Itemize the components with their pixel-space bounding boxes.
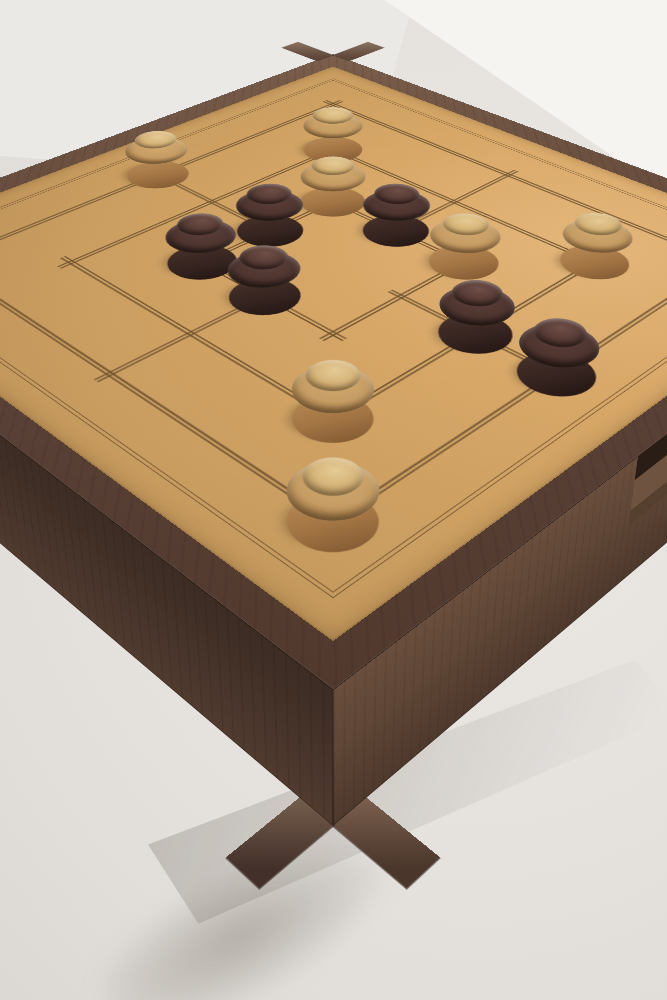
board-scene — [0, 0, 667, 1000]
point-b4[interactable] — [120, 296, 262, 374]
piece-cap — [290, 450, 376, 504]
frame-joint-tab — [282, 42, 333, 61]
game-box — [0, 54, 667, 688]
product-photo-scene — [0, 0, 667, 1000]
frame-joint-tab — [333, 42, 384, 61]
drawer-notch[interactable] — [628, 411, 667, 526]
dark-piece-d1[interactable] — [501, 343, 611, 406]
point-a1[interactable] — [247, 467, 420, 581]
